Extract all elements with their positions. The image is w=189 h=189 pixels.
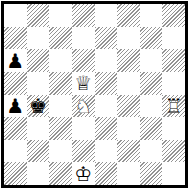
square-h6[interactable] xyxy=(162,49,185,72)
square-a2[interactable] xyxy=(4,140,27,163)
square-e6[interactable] xyxy=(95,49,118,72)
square-f6[interactable] xyxy=(117,49,140,72)
square-b1[interactable] xyxy=(27,162,50,185)
square-h7[interactable] xyxy=(162,27,185,50)
square-g1[interactable] xyxy=(140,162,163,185)
piece-white-knight: ♘ xyxy=(72,95,95,118)
square-g3[interactable] xyxy=(140,117,163,140)
square-h3[interactable] xyxy=(162,117,185,140)
piece-fill-white-knight: ♞ xyxy=(72,95,95,118)
square-c7[interactable] xyxy=(49,27,72,50)
square-e5[interactable] xyxy=(95,72,118,95)
square-c3[interactable] xyxy=(49,117,72,140)
square-h2[interactable] xyxy=(162,140,185,163)
square-b7[interactable] xyxy=(27,27,50,50)
square-g4[interactable] xyxy=(140,95,163,118)
square-f8[interactable] xyxy=(117,4,140,27)
square-g5[interactable] xyxy=(140,72,163,95)
piece-fill-white-king: ♚ xyxy=(72,162,95,185)
chess-board: ♟♛♕♟♚♞♘♜♖♚♔ xyxy=(1,1,188,188)
square-a3[interactable] xyxy=(4,117,27,140)
square-e8[interactable] xyxy=(95,4,118,27)
square-e1[interactable] xyxy=(95,162,118,185)
piece-black-pawn: ♟ xyxy=(4,95,27,118)
square-b3[interactable] xyxy=(27,117,50,140)
square-d6[interactable] xyxy=(72,49,95,72)
piece-black-pawn: ♟ xyxy=(4,49,27,72)
square-e4[interactable] xyxy=(95,95,118,118)
square-f1[interactable] xyxy=(117,162,140,185)
square-b5[interactable] xyxy=(27,72,50,95)
square-d4[interactable]: ♞♘ xyxy=(72,95,95,118)
square-d7[interactable] xyxy=(72,27,95,50)
square-b8[interactable] xyxy=(27,4,50,27)
square-a8[interactable] xyxy=(4,4,27,27)
square-g6[interactable] xyxy=(140,49,163,72)
square-d1[interactable]: ♚♔ xyxy=(72,162,95,185)
square-a4[interactable]: ♟ xyxy=(4,95,27,118)
square-a5[interactable] xyxy=(4,72,27,95)
piece-black-king: ♚ xyxy=(27,95,50,118)
square-e2[interactable] xyxy=(95,140,118,163)
square-d8[interactable] xyxy=(72,4,95,27)
square-f3[interactable] xyxy=(117,117,140,140)
square-c1[interactable] xyxy=(49,162,72,185)
square-d3[interactable] xyxy=(72,117,95,140)
piece-white-queen: ♕ xyxy=(72,72,95,95)
piece-white-king: ♔ xyxy=(72,162,95,185)
square-b6[interactable] xyxy=(27,49,50,72)
square-d5[interactable]: ♛♕ xyxy=(72,72,95,95)
piece-fill-white-rook: ♜ xyxy=(162,95,185,118)
square-b4[interactable]: ♚ xyxy=(27,95,50,118)
square-h4[interactable]: ♜♖ xyxy=(162,95,185,118)
square-f7[interactable] xyxy=(117,27,140,50)
square-h5[interactable] xyxy=(162,72,185,95)
square-a7[interactable] xyxy=(4,27,27,50)
square-f4[interactable] xyxy=(117,95,140,118)
square-g7[interactable] xyxy=(140,27,163,50)
piece-white-rook: ♖ xyxy=(162,95,185,118)
square-e3[interactable] xyxy=(95,117,118,140)
square-f2[interactable] xyxy=(117,140,140,163)
square-g8[interactable] xyxy=(140,4,163,27)
square-c4[interactable] xyxy=(49,95,72,118)
square-e7[interactable] xyxy=(95,27,118,50)
square-b2[interactable] xyxy=(27,140,50,163)
square-c6[interactable] xyxy=(49,49,72,72)
square-c8[interactable] xyxy=(49,4,72,27)
square-h1[interactable] xyxy=(162,162,185,185)
square-d2[interactable] xyxy=(72,140,95,163)
square-c5[interactable] xyxy=(49,72,72,95)
square-a1[interactable] xyxy=(4,162,27,185)
square-f5[interactable] xyxy=(117,72,140,95)
square-c2[interactable] xyxy=(49,140,72,163)
square-g2[interactable] xyxy=(140,140,163,163)
square-h8[interactable] xyxy=(162,4,185,27)
piece-fill-white-queen: ♛ xyxy=(72,72,95,95)
square-a6[interactable]: ♟ xyxy=(4,49,27,72)
